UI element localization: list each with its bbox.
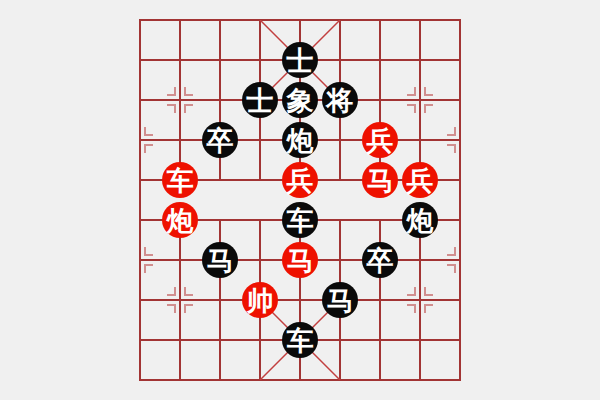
grid-vline — [139, 19, 141, 381]
point-marker — [184, 287, 186, 296]
piece-red-soldier[interactable]: 兵 — [282, 162, 318, 198]
grid-vline — [419, 19, 421, 181]
point-marker — [424, 104, 426, 113]
point-marker — [174, 287, 176, 296]
point-marker — [184, 304, 186, 313]
piece-red-horse[interactable]: 马 — [362, 162, 398, 198]
piece-red-chariot[interactable]: 车 — [162, 162, 198, 198]
point-marker — [454, 144, 456, 153]
piece-black-advisor[interactable]: 士 — [242, 82, 278, 118]
point-marker — [184, 104, 186, 113]
piece-black-horse[interactable]: 马 — [322, 282, 358, 318]
point-marker — [144, 144, 146, 153]
grid-vline — [179, 219, 181, 381]
piece-black-soldier[interactable]: 卒 — [202, 122, 238, 158]
piece-black-chariot[interactable]: 车 — [282, 202, 318, 238]
point-marker — [174, 104, 176, 113]
point-marker — [144, 127, 146, 136]
grid-vline — [179, 19, 181, 181]
piece-red-soldier[interactable]: 兵 — [402, 162, 438, 198]
piece-red-general[interactable]: 帅 — [242, 282, 278, 318]
grid-vline — [459, 19, 461, 381]
piece-black-cannon[interactable]: 炮 — [282, 122, 318, 158]
piece-black-horse[interactable]: 马 — [202, 242, 238, 278]
point-marker — [414, 87, 416, 96]
piece-red-cannon[interactable]: 炮 — [162, 202, 198, 238]
point-marker — [414, 287, 416, 296]
piece-black-advisor[interactable]: 士 — [282, 42, 318, 78]
piece-black-cannon[interactable]: 炮 — [402, 202, 438, 238]
piece-black-soldier[interactable]: 卒 — [362, 242, 398, 278]
point-marker — [144, 264, 146, 273]
point-marker — [414, 104, 416, 113]
grid-vline — [419, 219, 421, 381]
point-marker — [144, 247, 146, 256]
piece-black-general[interactable]: 将 — [322, 82, 358, 118]
point-marker — [414, 304, 416, 313]
point-marker — [454, 127, 456, 136]
piece-black-elephant[interactable]: 象 — [282, 82, 318, 118]
piece-red-soldier[interactable]: 兵 — [362, 122, 398, 158]
point-marker — [184, 87, 186, 96]
piece-black-chariot[interactable]: 车 — [282, 322, 318, 358]
point-marker — [424, 304, 426, 313]
xiangqi-board: 士士象将卒炮兵车兵马兵炮车炮马马卒帅马车 — [140, 20, 460, 380]
piece-red-horse[interactable]: 马 — [282, 242, 318, 278]
point-marker — [424, 87, 426, 96]
point-marker — [454, 264, 456, 273]
point-marker — [174, 304, 176, 313]
point-marker — [454, 247, 456, 256]
screenshot-canvas: 士士象将卒炮兵车兵马兵炮车炮马马卒帅马车 — [0, 0, 600, 400]
point-marker — [424, 287, 426, 296]
point-marker — [174, 87, 176, 96]
